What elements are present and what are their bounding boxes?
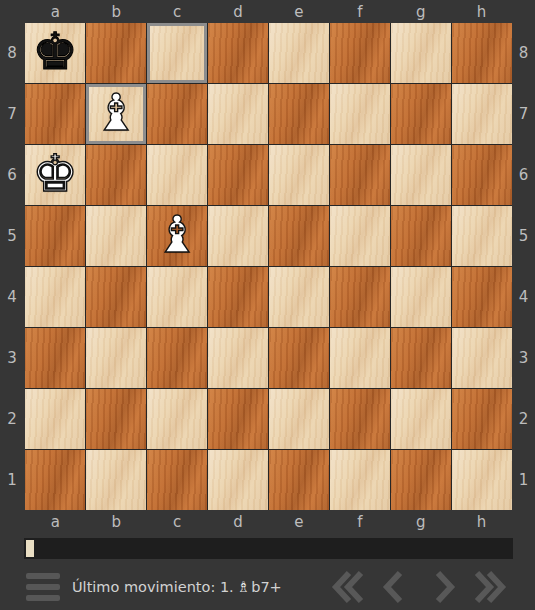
square-a3[interactable] (25, 328, 85, 388)
rank-label-7: 7 (0, 84, 24, 145)
move-navigation (329, 568, 509, 606)
file-label-h: h (451, 2, 512, 22)
file-label-a: a (25, 512, 86, 532)
square-h3[interactable] (452, 328, 512, 388)
file-labels-top: abcdefgh (25, 2, 512, 22)
previous-move-button[interactable] (380, 568, 406, 606)
square-c5[interactable]: ♝ (147, 206, 207, 266)
square-g5[interactable] (391, 206, 451, 266)
file-label-e: e (269, 2, 330, 22)
square-g3[interactable] (391, 328, 451, 388)
square-c7[interactable] (147, 84, 207, 144)
rank-label-4: 4 (512, 267, 535, 328)
white-bishop[interactable]: ♝ (93, 87, 139, 138)
square-d7[interactable] (208, 84, 268, 144)
file-label-d: d (208, 512, 269, 532)
next-move-button[interactable] (432, 568, 458, 606)
square-c3[interactable] (147, 328, 207, 388)
rank-label-8: 8 (0, 23, 24, 84)
double-chevron-left-icon (329, 568, 367, 606)
chess-app: abcdefgh 87654321 87654321 ♚♝♚♝ abcdefgh… (0, 0, 535, 610)
file-label-f: f (329, 512, 390, 532)
game-progress-bar[interactable] (24, 538, 513, 559)
last-move-status: Último movimiento: 1. ♗ b7+ (72, 578, 282, 596)
square-a7[interactable] (25, 84, 85, 144)
chess-board: ♚♝♚♝ (25, 23, 512, 510)
square-g8[interactable] (391, 23, 451, 83)
square-e6[interactable] (269, 145, 329, 205)
square-c8[interactable] (147, 23, 207, 83)
file-label-a: a (25, 2, 86, 22)
rank-label-3: 3 (0, 327, 24, 388)
file-label-g: g (390, 2, 451, 22)
square-e4[interactable] (269, 267, 329, 327)
rank-label-8: 8 (512, 23, 535, 84)
square-a4[interactable] (25, 267, 85, 327)
file-label-d: d (208, 2, 269, 22)
file-label-f: f (329, 2, 390, 22)
file-label-g: g (390, 512, 451, 532)
square-h8[interactable] (452, 23, 512, 83)
square-d8[interactable] (208, 23, 268, 83)
square-g1[interactable] (391, 450, 451, 510)
rank-labels-left: 87654321 (0, 23, 24, 510)
menu-icon (26, 573, 60, 579)
rank-label-2: 2 (512, 388, 535, 449)
last-move-label: Último movimiento: 1. (72, 579, 234, 595)
rank-label-1: 1 (0, 449, 24, 510)
square-e8[interactable] (269, 23, 329, 83)
rank-label-2: 2 (0, 388, 24, 449)
last-move-value: b7+ (251, 579, 282, 595)
menu-button[interactable] (26, 573, 60, 601)
rank-label-5: 5 (0, 206, 24, 267)
square-c2[interactable] (147, 389, 207, 449)
square-h2[interactable] (452, 389, 512, 449)
white-bishop[interactable]: ♝ (154, 209, 200, 260)
square-b3[interactable] (86, 328, 146, 388)
chevron-left-icon (380, 568, 406, 606)
rank-label-4: 4 (0, 267, 24, 328)
square-c4[interactable] (147, 267, 207, 327)
square-g6[interactable] (391, 145, 451, 205)
square-d1[interactable] (208, 450, 268, 510)
square-a8[interactable]: ♚ (25, 23, 85, 83)
square-f2[interactable] (330, 389, 390, 449)
square-f1[interactable] (330, 450, 390, 510)
rank-label-5: 5 (512, 206, 535, 267)
square-h7[interactable] (452, 84, 512, 144)
square-e7[interactable] (269, 84, 329, 144)
square-h5[interactable] (452, 206, 512, 266)
square-e2[interactable] (269, 389, 329, 449)
square-d3[interactable] (208, 328, 268, 388)
file-label-c: c (147, 512, 208, 532)
progress-fill (26, 540, 34, 557)
square-f7[interactable] (330, 84, 390, 144)
black-king[interactable]: ♚ (32, 26, 78, 77)
square-g4[interactable] (391, 267, 451, 327)
rank-labels-right: 87654321 (512, 23, 535, 510)
square-e5[interactable] (269, 206, 329, 266)
square-a6[interactable]: ♚ (25, 145, 85, 205)
first-move-button[interactable] (329, 568, 367, 606)
square-d5[interactable] (208, 206, 268, 266)
square-b7[interactable]: ♝ (86, 84, 146, 144)
square-f3[interactable] (330, 328, 390, 388)
menu-icon (26, 584, 60, 590)
double-chevron-right-icon (471, 568, 509, 606)
square-c1[interactable] (147, 450, 207, 510)
file-label-b: b (86, 2, 147, 22)
square-h1[interactable] (452, 450, 512, 510)
square-f5[interactable] (330, 206, 390, 266)
rank-label-6: 6 (0, 145, 24, 206)
white-king[interactable]: ♚ (32, 148, 78, 199)
square-d4[interactable] (208, 267, 268, 327)
square-b6[interactable] (86, 145, 146, 205)
square-h4[interactable] (452, 267, 512, 327)
file-labels-bottom: abcdefgh (25, 512, 512, 532)
square-b4[interactable] (86, 267, 146, 327)
last-move-button[interactable] (471, 568, 509, 606)
square-f4[interactable] (330, 267, 390, 327)
square-b1[interactable] (86, 450, 146, 510)
menu-icon (26, 595, 60, 601)
square-f6[interactable] (330, 145, 390, 205)
rank-label-3: 3 (512, 327, 535, 388)
bishop-icon: ♗ (237, 578, 250, 596)
rank-label-7: 7 (512, 84, 535, 145)
rank-label-6: 6 (512, 145, 535, 206)
square-d2[interactable] (208, 389, 268, 449)
square-f8[interactable] (330, 23, 390, 83)
file-label-e: e (269, 512, 330, 532)
square-e1[interactable] (269, 450, 329, 510)
square-a1[interactable] (25, 450, 85, 510)
rank-label-1: 1 (512, 449, 535, 510)
file-label-h: h (451, 512, 512, 532)
square-e3[interactable] (269, 328, 329, 388)
square-a5[interactable] (25, 206, 85, 266)
chevron-right-icon (432, 568, 458, 606)
bottom-controls: Último movimiento: 1. ♗ b7+ (0, 563, 535, 610)
square-a2[interactable] (25, 389, 85, 449)
square-d6[interactable] (208, 145, 268, 205)
square-g7[interactable] (391, 84, 451, 144)
file-label-c: c (147, 2, 208, 22)
file-label-b: b (86, 512, 147, 532)
square-g2[interactable] (391, 389, 451, 449)
square-b5[interactable] (86, 206, 146, 266)
square-c6[interactable] (147, 145, 207, 205)
square-b8[interactable] (86, 23, 146, 83)
square-b2[interactable] (86, 389, 146, 449)
square-h6[interactable] (452, 145, 512, 205)
